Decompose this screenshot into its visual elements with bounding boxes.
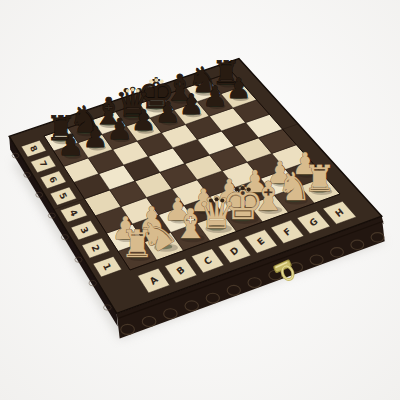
piece-glyph: ♟ [226,72,251,105]
piece-black-pawn-b7[interactable]: ♟ [82,120,108,154]
piece-glyph: ♟ [82,120,108,154]
piece-glyph: ♟ [131,104,157,137]
piece-glyph: ♟ [155,96,180,129]
piece-glyph: ♜ [120,222,154,266]
piece-black-pawn-a7[interactable]: ♟ [58,128,84,162]
crown-tip [136,89,140,93]
piece-black-pawn-g7[interactable]: ♟ [203,80,228,113]
piece-glyph: ♟ [179,88,204,121]
crown-tip [160,79,164,83]
crown-tip [241,186,245,190]
piece-black-pawn-c7[interactable]: ♟ [107,112,133,146]
chess-set-photo: ABCDEFGH12345678♜♞♟♝♟♚♟♛♟♝♟♞♟♜♟♟♟♟♜♟♞♟♝♟… [0,0,400,400]
piece-white-rook-a1[interactable]: ♜ [120,222,154,266]
piece-black-pawn-f7[interactable]: ♟ [179,88,204,121]
piece-black-pawn-d7[interactable]: ♟ [131,104,157,137]
crown-tip [215,197,219,201]
piece-black-pawn-e7[interactable]: ♟ [155,96,180,129]
chess-board-3d: ABCDEFGH12345678♜♞♟♝♟♚♟♛♟♝♟♞♟♜♟♟♟♟♜♟♞♟♝♟… [0,0,400,400]
piece-black-pawn-h7[interactable]: ♟ [226,72,251,105]
piece-glyph: ♟ [107,112,133,146]
piece-glyph: ♟ [58,128,84,162]
crown-tip [131,88,135,92]
crown-tip [209,199,213,203]
crown-tip [247,188,251,192]
crown-tip [155,78,159,82]
crown-tip [220,199,224,203]
piece-glyph: ♟ [203,80,228,113]
crown-tip [126,89,130,93]
